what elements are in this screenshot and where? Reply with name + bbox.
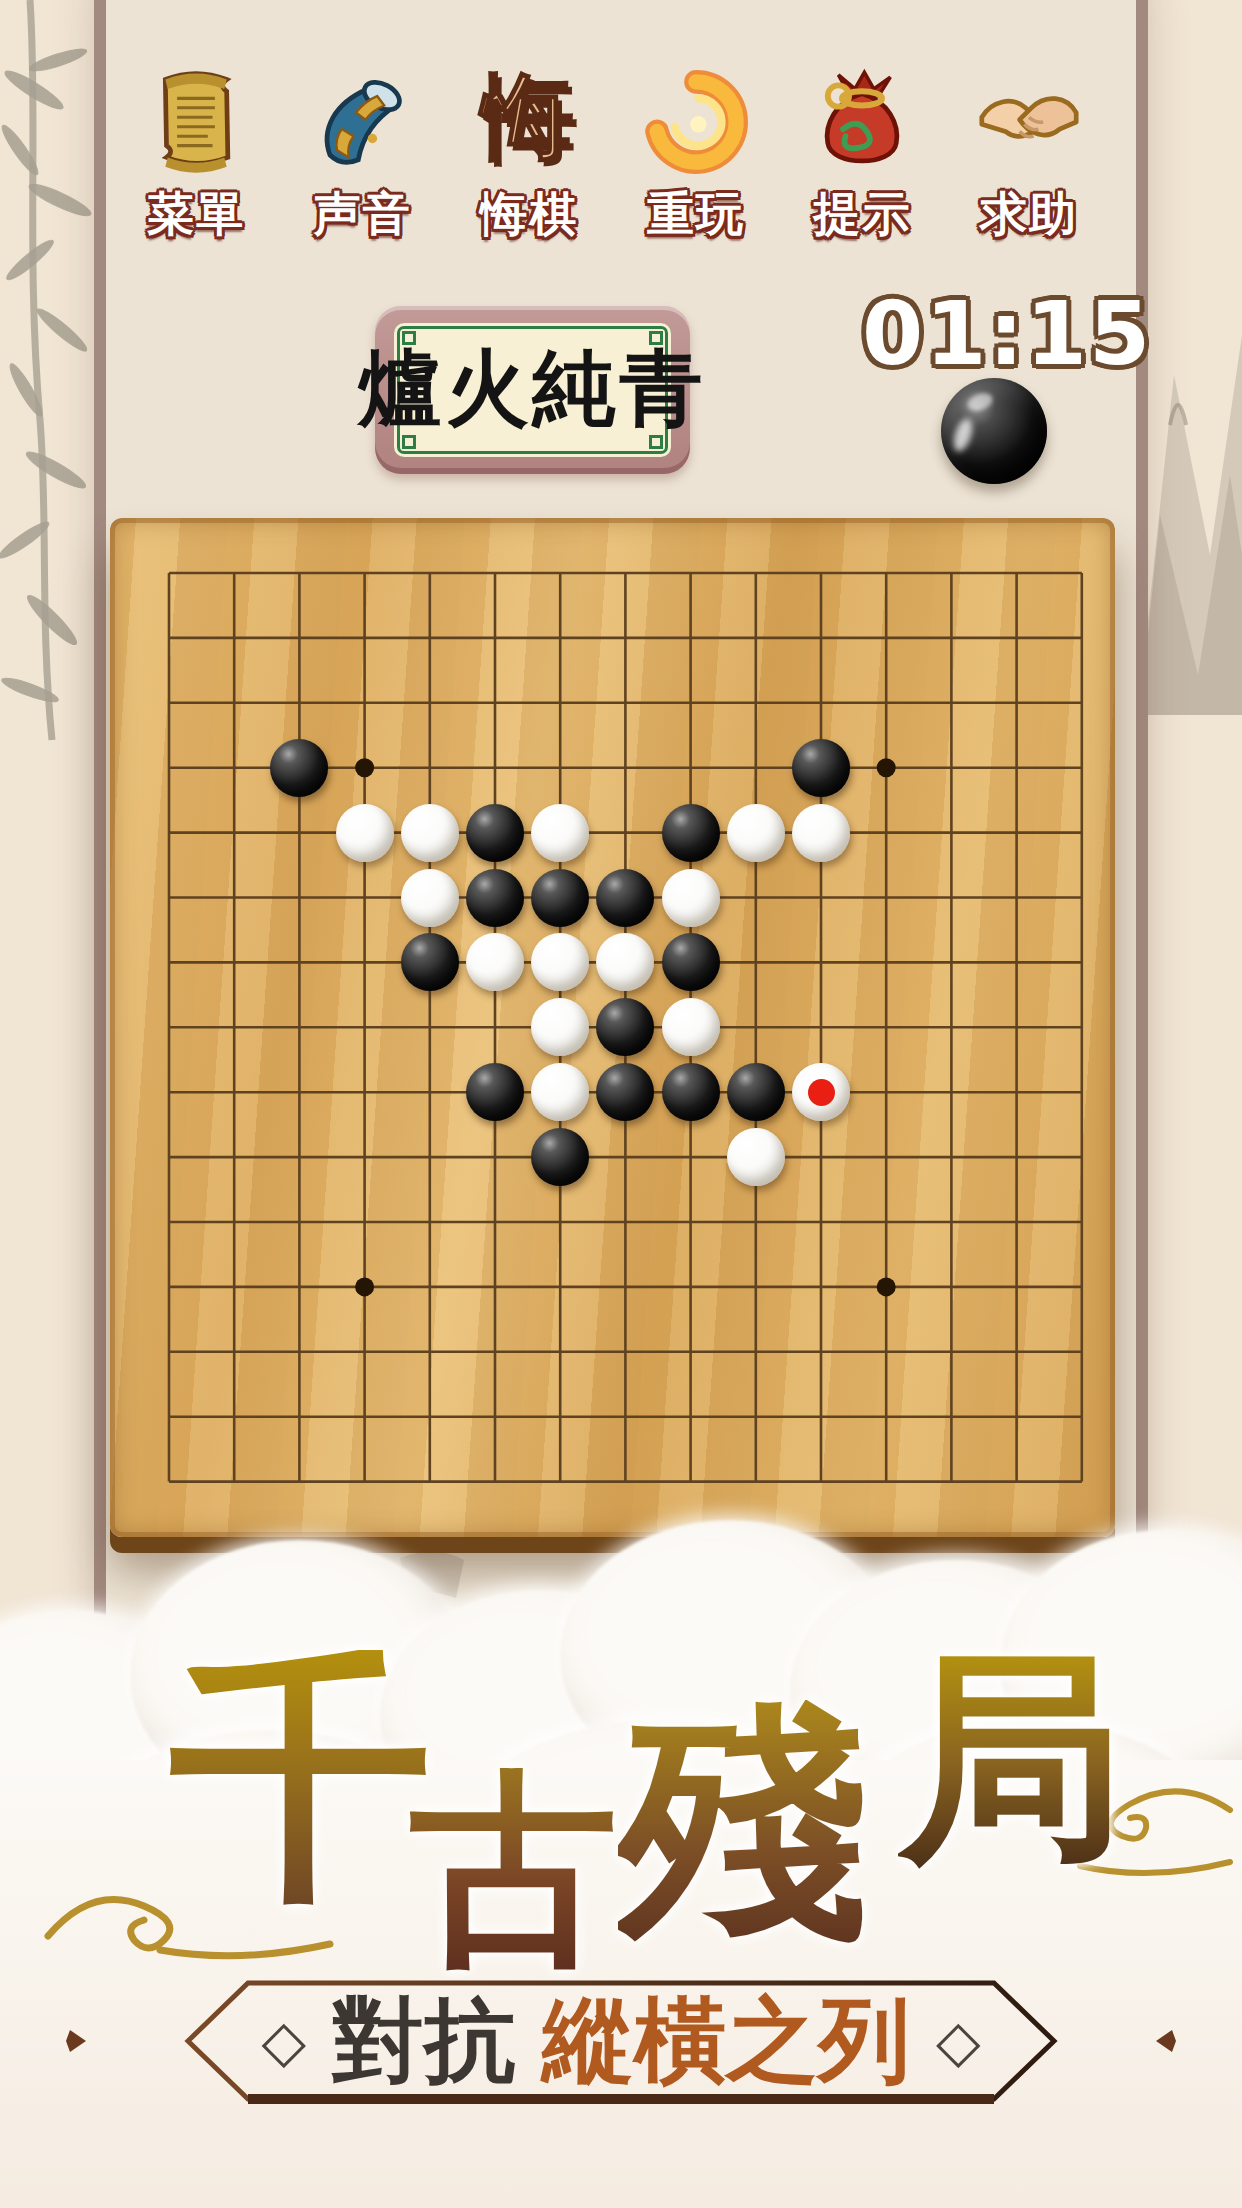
horn-sound-icon xyxy=(299,58,427,186)
screenshot-root: 菜單 声音 悔 悔 悔棋 xyxy=(0,0,1242,2208)
title-char-can: 殘 xyxy=(618,1700,868,1950)
undo-button[interactable]: 悔 悔 悔棋 xyxy=(451,58,607,248)
white-stone xyxy=(531,1063,589,1121)
hint-label: 提示 xyxy=(813,188,911,240)
title-char-ju: 局 xyxy=(898,1648,1124,1874)
white-stone xyxy=(727,1128,785,1186)
black-stone xyxy=(466,804,524,862)
replay-label: 重玩 xyxy=(647,188,745,240)
star-point xyxy=(877,758,896,777)
bamboo-ink-painting xyxy=(0,0,96,760)
timer: 01:15 xyxy=(862,288,1122,380)
hint-button[interactable]: 提示 xyxy=(784,58,940,248)
level-plaque-frame: 爐火純青 xyxy=(394,323,671,457)
black-stone xyxy=(727,1063,785,1121)
turn-indicator-black-stone xyxy=(941,378,1047,484)
plaque-corner-ornament xyxy=(402,331,416,345)
black-stone xyxy=(792,739,850,797)
white-stone xyxy=(662,998,720,1056)
title-char-qian: 千 xyxy=(170,1650,432,1912)
black-stone xyxy=(662,804,720,862)
background-left-strip xyxy=(0,0,96,2208)
plaque-corner-ornament xyxy=(402,435,416,449)
black-stone xyxy=(596,869,654,927)
level-name: 爐火純青 xyxy=(359,334,707,446)
svg-text:悔: 悔 xyxy=(478,66,574,168)
scroll-menu-icon xyxy=(132,58,260,186)
white-stone xyxy=(466,933,524,991)
black-stone xyxy=(270,739,328,797)
banner-text: ◇ 對抗 縱橫之列 ◇ xyxy=(188,1975,1054,2107)
star-point xyxy=(355,758,374,777)
title-char-gu: 古 xyxy=(410,1768,618,1976)
hui-character-undo-icon: 悔 悔 xyxy=(465,58,593,186)
undo-label: 悔棋 xyxy=(480,188,578,240)
fire-swirl-replay-icon xyxy=(632,58,760,186)
black-stone xyxy=(662,933,720,991)
sound-label: 声音 xyxy=(314,188,412,240)
diamond-ornament-left: ◇ xyxy=(261,2012,306,2070)
help-label: 求助 xyxy=(980,188,1078,240)
black-stone xyxy=(531,869,589,927)
plaque-corner-ornament xyxy=(649,331,663,345)
gomoku-board[interactable] xyxy=(110,518,1115,1537)
mountain-ink-painting xyxy=(1140,255,1242,715)
black-stone xyxy=(466,1063,524,1121)
white-stone xyxy=(792,804,850,862)
black-stone xyxy=(662,1063,720,1121)
menu-label: 菜單 xyxy=(147,188,245,240)
handshake-help-icon xyxy=(965,58,1093,186)
subtitle-banner: ◇ 對抗 縱橫之列 ◇ xyxy=(58,1975,1184,2121)
toolbar: 菜單 声音 悔 悔 悔棋 xyxy=(110,58,1115,248)
last-move-marker xyxy=(808,1079,835,1106)
white-stone xyxy=(662,869,720,927)
banner-text-dark: 對抗 xyxy=(332,1995,516,2087)
star-point xyxy=(355,1277,374,1296)
white-stone xyxy=(792,1063,850,1121)
star-point xyxy=(877,1277,896,1296)
replay-button[interactable]: 重玩 xyxy=(618,58,774,248)
background-right-strip xyxy=(1140,0,1242,2208)
white-stone xyxy=(401,869,459,927)
white-stone xyxy=(336,804,394,862)
white-stone xyxy=(727,804,785,862)
black-stone xyxy=(401,933,459,991)
black-stone xyxy=(531,1128,589,1186)
banner-text-accent: 縱橫之列 xyxy=(542,1995,910,2087)
help-button[interactable]: 求助 xyxy=(951,58,1107,248)
sound-button[interactable]: 声音 xyxy=(285,58,441,248)
white-stone xyxy=(531,804,589,862)
white-stone xyxy=(401,804,459,862)
red-pouch-hint-icon xyxy=(798,58,926,186)
plaque-corner-ornament xyxy=(649,435,663,449)
menu-button[interactable]: 菜單 xyxy=(118,58,274,248)
level-plaque: 爐火純青 xyxy=(375,306,690,474)
diamond-ornament-right: ◇ xyxy=(936,2012,981,2070)
black-stone xyxy=(466,869,524,927)
